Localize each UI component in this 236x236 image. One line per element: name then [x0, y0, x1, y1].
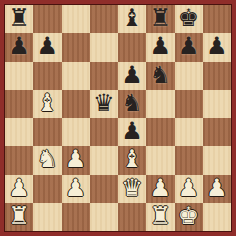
square-c5[interactable] [62, 90, 90, 118]
square-b8[interactable] [33, 5, 61, 33]
black-pawn[interactable]: ♟ [121, 63, 143, 87]
white-knight[interactable]: ♞ [37, 147, 59, 171]
white-queen[interactable]: ♛ [121, 176, 143, 200]
white-pawn[interactable]: ♟ [65, 147, 87, 171]
chess-board: ♜♝♜♚♟♟♟♟♟♟♞♝♛♞♟♞♟♝♟♟♛♟♟♟♜♜♚ [4, 4, 232, 232]
white-rook[interactable]: ♜ [8, 204, 30, 228]
square-b3[interactable]: ♞ [33, 146, 61, 174]
square-g3[interactable] [175, 146, 203, 174]
square-e7[interactable] [118, 33, 146, 61]
square-a7[interactable]: ♟ [5, 33, 33, 61]
square-b1[interactable] [33, 203, 61, 231]
black-rook[interactable]: ♜ [8, 6, 30, 30]
square-h6[interactable] [203, 62, 231, 90]
black-king[interactable]: ♚ [178, 6, 200, 30]
square-h3[interactable] [203, 146, 231, 174]
square-a4[interactable] [5, 118, 33, 146]
white-bishop[interactable]: ♝ [121, 147, 143, 171]
square-d6[interactable] [90, 62, 118, 90]
square-d7[interactable] [90, 33, 118, 61]
square-g2[interactable]: ♟ [175, 175, 203, 203]
square-h5[interactable] [203, 90, 231, 118]
white-pawn[interactable]: ♟ [8, 176, 30, 200]
square-c7[interactable] [62, 33, 90, 61]
square-b5[interactable]: ♝ [33, 90, 61, 118]
square-e1[interactable] [118, 203, 146, 231]
black-knight[interactable]: ♞ [121, 91, 143, 115]
square-e3[interactable]: ♝ [118, 146, 146, 174]
square-a8[interactable]: ♜ [5, 5, 33, 33]
square-c6[interactable] [62, 62, 90, 90]
square-c2[interactable]: ♟ [62, 175, 90, 203]
black-pawn[interactable]: ♟ [178, 34, 200, 58]
black-pawn[interactable]: ♟ [37, 34, 59, 58]
square-a1[interactable]: ♜ [5, 203, 33, 231]
square-e4[interactable]: ♟ [118, 118, 146, 146]
square-a3[interactable] [5, 146, 33, 174]
square-f8[interactable]: ♜ [146, 5, 174, 33]
square-g6[interactable] [175, 62, 203, 90]
square-f7[interactable]: ♟ [146, 33, 174, 61]
square-f2[interactable]: ♟ [146, 175, 174, 203]
black-pawn[interactable]: ♟ [121, 119, 143, 143]
square-d2[interactable] [90, 175, 118, 203]
square-d5[interactable]: ♛ [90, 90, 118, 118]
square-h2[interactable]: ♟ [203, 175, 231, 203]
square-a2[interactable]: ♟ [5, 175, 33, 203]
square-g7[interactable]: ♟ [175, 33, 203, 61]
square-a6[interactable] [5, 62, 33, 90]
white-rook[interactable]: ♜ [150, 204, 172, 228]
square-g4[interactable] [175, 118, 203, 146]
square-e2[interactable]: ♛ [118, 175, 146, 203]
white-pawn[interactable]: ♟ [206, 176, 228, 200]
square-c8[interactable] [62, 5, 90, 33]
square-h4[interactable] [203, 118, 231, 146]
white-pawn[interactable]: ♟ [65, 176, 87, 200]
black-pawn[interactable]: ♟ [150, 34, 172, 58]
square-f1[interactable]: ♜ [146, 203, 174, 231]
square-b7[interactable]: ♟ [33, 33, 61, 61]
square-c4[interactable] [62, 118, 90, 146]
square-f5[interactable] [146, 90, 174, 118]
square-f3[interactable] [146, 146, 174, 174]
square-d4[interactable] [90, 118, 118, 146]
black-rook[interactable]: ♜ [150, 6, 172, 30]
square-g5[interactable] [175, 90, 203, 118]
black-queen[interactable]: ♛ [93, 91, 115, 115]
square-h7[interactable]: ♟ [203, 33, 231, 61]
square-b4[interactable] [33, 118, 61, 146]
square-f4[interactable] [146, 118, 174, 146]
square-d8[interactable] [90, 5, 118, 33]
square-b2[interactable] [33, 175, 61, 203]
square-a5[interactable] [5, 90, 33, 118]
square-c3[interactable]: ♟ [62, 146, 90, 174]
square-f6[interactable]: ♞ [146, 62, 174, 90]
white-pawn[interactable]: ♟ [178, 176, 200, 200]
square-g8[interactable]: ♚ [175, 5, 203, 33]
square-e8[interactable]: ♝ [118, 5, 146, 33]
square-e5[interactable]: ♞ [118, 90, 146, 118]
square-d3[interactable] [90, 146, 118, 174]
square-d1[interactable] [90, 203, 118, 231]
black-pawn[interactable]: ♟ [206, 34, 228, 58]
white-bishop[interactable]: ♝ [37, 91, 59, 115]
board-frame: ♜♝♜♚♟♟♟♟♟♟♞♝♛♞♟♞♟♝♟♟♛♟♟♟♜♜♚ [0, 0, 236, 236]
black-knight[interactable]: ♞ [150, 63, 172, 87]
square-g1[interactable]: ♚ [175, 203, 203, 231]
white-king[interactable]: ♚ [178, 204, 200, 228]
black-bishop[interactable]: ♝ [121, 6, 143, 30]
square-e6[interactable]: ♟ [118, 62, 146, 90]
black-pawn[interactable]: ♟ [8, 34, 30, 58]
square-b6[interactable] [33, 62, 61, 90]
white-pawn[interactable]: ♟ [150, 176, 172, 200]
square-c1[interactable] [62, 203, 90, 231]
square-h1[interactable] [203, 203, 231, 231]
square-h8[interactable] [203, 5, 231, 33]
